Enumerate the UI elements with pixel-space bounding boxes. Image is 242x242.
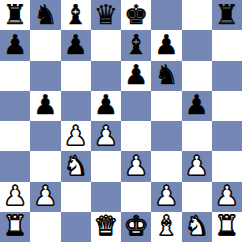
chess-board: ♜♞♝♛♚♜♟♟♝♟♟♞♟♟♟♟♟♞♟♟♟♟♟♟♜♛♚♝♞♜ [0,0,242,242]
square-f2[interactable]: ♟ [151,182,181,212]
square-e7[interactable]: ♝ [121,30,151,60]
square-e5[interactable] [121,91,151,121]
square-g2[interactable] [182,182,212,212]
square-d2[interactable] [91,182,121,212]
square-f4[interactable] [151,121,181,151]
black-knight-piece[interactable]: ♞ [33,1,57,28]
square-d7[interactable] [91,30,121,60]
square-g5[interactable]: ♟ [182,91,212,121]
square-f6[interactable]: ♞ [151,61,181,91]
black-rook-piece[interactable]: ♜ [215,1,239,28]
square-h4[interactable] [212,121,242,151]
square-a7[interactable]: ♟ [0,30,30,60]
square-b3[interactable] [30,151,60,181]
square-c3[interactable]: ♞ [61,151,91,181]
white-knight-piece[interactable]: ♞ [185,212,209,239]
black-pawn-piece[interactable]: ♟ [3,31,27,58]
square-c4[interactable]: ♟ [61,121,91,151]
square-a1[interactable]: ♜ [0,212,30,242]
white-rook-piece[interactable]: ♜ [215,212,239,239]
square-g3[interactable]: ♟ [182,151,212,181]
white-king-piece[interactable]: ♚ [124,212,148,239]
square-d1[interactable]: ♛ [91,212,121,242]
square-h5[interactable] [212,91,242,121]
white-knight-piece[interactable]: ♞ [64,152,88,179]
white-pawn-piece[interactable]: ♟ [3,182,27,209]
square-h7[interactable] [212,30,242,60]
black-knight-piece[interactable]: ♞ [154,61,178,88]
square-b7[interactable] [30,30,60,60]
white-pawn-piece[interactable]: ♟ [215,182,239,209]
square-h3[interactable] [212,151,242,181]
black-pawn-piece[interactable]: ♟ [64,31,88,58]
square-e4[interactable] [121,121,151,151]
square-e2[interactable] [121,182,151,212]
black-pawn-piece[interactable]: ♟ [154,31,178,58]
black-pawn-piece[interactable]: ♟ [33,91,57,118]
square-h2[interactable]: ♟ [212,182,242,212]
square-g6[interactable] [182,61,212,91]
square-h8[interactable]: ♜ [212,0,242,30]
square-b6[interactable] [30,61,60,91]
square-c1[interactable] [61,212,91,242]
chess-app-window: ♜♞♝♛♚♜♟♟♝♟♟♞♟♟♟♟♟♞♟♟♟♟♟♟♜♛♚♝♞♜ [0,0,242,242]
square-d5[interactable]: ♟ [91,91,121,121]
square-c7[interactable]: ♟ [61,30,91,60]
square-c5[interactable] [61,91,91,121]
square-e1[interactable]: ♚ [121,212,151,242]
square-b8[interactable]: ♞ [30,0,60,30]
square-h6[interactable] [212,61,242,91]
black-pawn-piece[interactable]: ♟ [124,61,148,88]
black-bishop-piece[interactable]: ♝ [124,31,148,58]
square-b5[interactable]: ♟ [30,91,60,121]
white-rook-piece[interactable]: ♜ [3,212,27,239]
black-queen-piece[interactable]: ♛ [94,1,118,28]
white-queen-piece[interactable]: ♛ [94,212,118,239]
white-pawn-piece[interactable]: ♟ [124,152,148,179]
square-a3[interactable] [0,151,30,181]
black-king-piece[interactable]: ♚ [124,1,148,28]
white-pawn-piece[interactable]: ♟ [64,122,88,149]
square-f5[interactable] [151,91,181,121]
square-f3[interactable] [151,151,181,181]
square-d8[interactable]: ♛ [91,0,121,30]
square-a4[interactable] [0,121,30,151]
square-e6[interactable]: ♟ [121,61,151,91]
black-pawn-piece[interactable]: ♟ [185,91,209,118]
square-b2[interactable]: ♟ [30,182,60,212]
white-pawn-piece[interactable]: ♟ [185,152,209,179]
white-pawn-piece[interactable]: ♟ [154,182,178,209]
white-bishop-piece[interactable]: ♝ [154,212,178,239]
black-rook-piece[interactable]: ♜ [3,1,27,28]
square-e3[interactable]: ♟ [121,151,151,181]
square-e8[interactable]: ♚ [121,0,151,30]
square-c8[interactable]: ♝ [61,0,91,30]
square-a5[interactable] [0,91,30,121]
white-pawn-piece[interactable]: ♟ [94,122,118,149]
square-g4[interactable] [182,121,212,151]
square-g1[interactable]: ♞ [182,212,212,242]
square-g7[interactable] [182,30,212,60]
black-bishop-piece[interactable]: ♝ [64,1,88,28]
square-d6[interactable] [91,61,121,91]
white-pawn-piece[interactable]: ♟ [33,182,57,209]
square-d4[interactable]: ♟ [91,121,121,151]
square-a6[interactable] [0,61,30,91]
square-a2[interactable]: ♟ [0,182,30,212]
square-f1[interactable]: ♝ [151,212,181,242]
square-b1[interactable] [30,212,60,242]
square-c2[interactable] [61,182,91,212]
square-b4[interactable] [30,121,60,151]
square-a8[interactable]: ♜ [0,0,30,30]
square-f7[interactable]: ♟ [151,30,181,60]
square-d3[interactable] [91,151,121,181]
square-g8[interactable] [182,0,212,30]
square-c6[interactable] [61,61,91,91]
square-h1[interactable]: ♜ [212,212,242,242]
square-f8[interactable] [151,0,181,30]
black-pawn-piece[interactable]: ♟ [94,91,118,118]
